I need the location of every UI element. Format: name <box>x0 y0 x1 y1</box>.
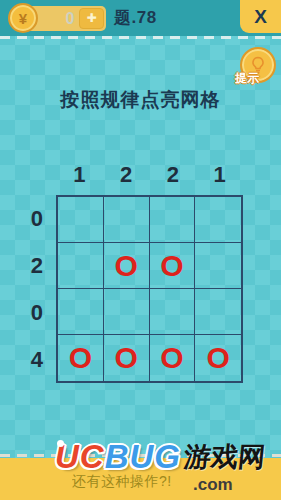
lit-mark: O <box>206 343 229 373</box>
grid-cell-r2c3[interactable]: O <box>150 243 196 289</box>
level-label: 题.78 <box>114 0 157 36</box>
lit-mark: O <box>114 343 137 373</box>
grid-cell-r1c2[interactable] <box>104 197 150 243</box>
row-clue-2: 2 <box>14 242 50 289</box>
lit-mark: O <box>160 343 183 373</box>
grid-cell-r3c3[interactable] <box>150 289 196 335</box>
close-button[interactable]: X <box>240 0 281 33</box>
grid-cell-r1c3[interactable] <box>150 197 196 243</box>
grid-cell-r2c4[interactable] <box>195 243 241 289</box>
grid-cell-r4c4[interactable]: O <box>195 335 241 381</box>
col-clue-3: 2 <box>150 162 197 192</box>
row-clues: 0204 <box>14 195 50 383</box>
puzzle-instruction: 按照规律点亮网格 <box>0 87 281 113</box>
logo-bug: BUG <box>105 438 181 475</box>
row-clue-3: 0 <box>14 289 50 336</box>
puzzle-grid: OOOOOO <box>56 195 243 383</box>
lit-mark: O <box>114 251 137 281</box>
col-clue-4: 1 <box>196 162 243 192</box>
top-bar: 0 ✚ ¥ 题.78 X <box>0 0 281 36</box>
add-coins-button[interactable]: ✚ <box>79 8 104 29</box>
row-clue-1: 0 <box>14 195 50 242</box>
footer-tagline: 还有这种操作?! <box>72 473 172 491</box>
hint-label: 提示 <box>235 70 259 87</box>
grid-cell-r3c2[interactable] <box>104 289 150 335</box>
grid-cell-r3c4[interactable] <box>195 289 241 335</box>
logo-sparkle <box>57 440 64 447</box>
col-clues: 1221 <box>56 162 243 192</box>
logo-site-name: 游戏网 <box>182 439 267 475</box>
grid-cell-r4c1[interactable]: O <box>58 335 104 381</box>
coin-icon: ¥ <box>8 3 38 33</box>
topbar-dashed-divider <box>0 36 281 39</box>
grid-cell-r1c4[interactable] <box>195 197 241 243</box>
grid-cell-r2c2[interactable]: O <box>104 243 150 289</box>
grid-cell-r3c1[interactable] <box>58 289 104 335</box>
lit-mark: O <box>160 251 183 281</box>
ucbug-logo: UCBUG游戏网 <box>55 438 265 477</box>
row-clue-4: 4 <box>14 336 50 383</box>
grid-cell-r4c3[interactable]: O <box>150 335 196 381</box>
game-page: 0 ✚ ¥ 题.78 X 提示 按照规律点亮网格 1221 0204 OOOOO… <box>0 0 281 500</box>
hint-button[interactable]: 提示 <box>237 47 277 89</box>
logo-com: .com <box>193 475 233 495</box>
grid-cell-r1c1[interactable] <box>58 197 104 243</box>
lit-mark: O <box>69 343 92 373</box>
col-clue-2: 2 <box>103 162 150 192</box>
grid-cell-r2c1[interactable] <box>58 243 104 289</box>
grid-cell-r4c2[interactable]: O <box>104 335 150 381</box>
col-clue-1: 1 <box>56 162 103 192</box>
